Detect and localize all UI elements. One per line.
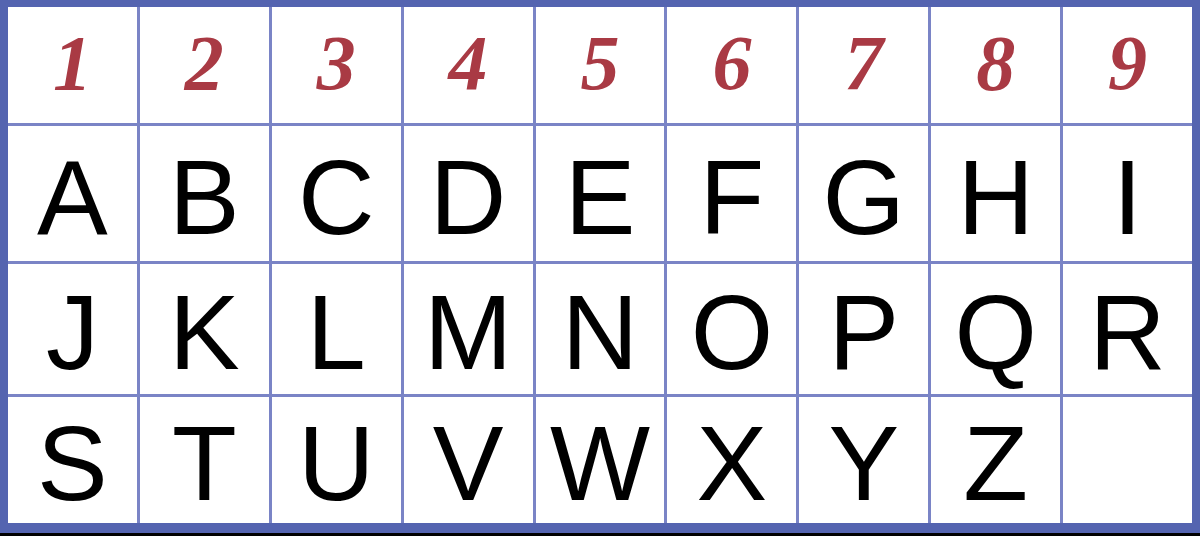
grid-cell-letter-Q: Q: [931, 264, 1060, 394]
grid-cell-letter-C: C: [272, 126, 401, 261]
grid-cell-number-5: 5: [536, 7, 665, 123]
grid-cell-letter-X: X: [667, 397, 796, 523]
grid-cell-letter-U: U: [272, 397, 401, 523]
grid-cell-letter-Y: Y: [799, 397, 928, 523]
grid-cell-letter-I: I: [1063, 126, 1192, 261]
grid-cell-letter-P: P: [799, 264, 928, 394]
numerology-grid: 123456789ABCDEFGHIJKLMNOPQRSTUVWXYZ: [8, 7, 1192, 523]
grid-cell-letter-O: O: [667, 264, 796, 394]
grid-cell-number-3: 3: [272, 7, 401, 123]
grid-cell-number-8: 8: [931, 7, 1060, 123]
grid-cell-letter-W: W: [536, 397, 665, 523]
grid-cell-letter-R: R: [1063, 264, 1192, 394]
grid-cell-letter-D: D: [404, 126, 533, 261]
grid-cell-letter-Z: Z: [931, 397, 1060, 523]
grid-cell-letter-F: F: [667, 126, 796, 261]
grid-cell-letter-G: G: [799, 126, 928, 261]
grid-cell-number-1: 1: [8, 7, 137, 123]
grid-cell-letter-T: T: [140, 397, 269, 523]
chart-frame: 123456789ABCDEFGHIJKLMNOPQRSTUVWXYZ: [0, 0, 1200, 536]
grid-cell-letter-M: M: [404, 264, 533, 394]
grid-cell-number-9: 9: [1063, 7, 1192, 123]
grid-cell-empty-r3c8: [1063, 397, 1192, 523]
grid-cell-letter-V: V: [404, 397, 533, 523]
grid-cell-letter-A: A: [8, 126, 137, 261]
grid-cell-letter-L: L: [272, 264, 401, 394]
grid-cell-letter-K: K: [140, 264, 269, 394]
grid-cell-number-2: 2: [140, 7, 269, 123]
grid-cell-letter-B: B: [140, 126, 269, 261]
grid-cell-number-6: 6: [667, 7, 796, 123]
grid-cell-number-7: 7: [799, 7, 928, 123]
grid-cell-letter-S: S: [8, 397, 137, 523]
grid-cell-letter-N: N: [536, 264, 665, 394]
grid-cell-letter-E: E: [536, 126, 665, 261]
grid-cell-number-4: 4: [404, 7, 533, 123]
grid-cell-letter-H: H: [931, 126, 1060, 261]
grid-cell-letter-J: J: [8, 264, 137, 394]
